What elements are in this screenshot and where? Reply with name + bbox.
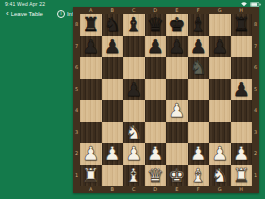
white-pawn-e4[interactable]: ♟ [168, 100, 185, 122]
rank-label-7: 7 [252, 36, 259, 58]
info-icon: i [57, 10, 65, 18]
white-king-e1[interactable]: ♚ [168, 165, 185, 187]
square-a4[interactable] [80, 100, 102, 122]
rank-label-2: 2 [73, 143, 80, 165]
white-knight-g1[interactable]: ♞ [211, 165, 228, 187]
square-b3[interactable] [102, 122, 124, 144]
rank-label-3: 3 [73, 122, 80, 144]
square-h3[interactable] [231, 122, 253, 144]
back-chevron-icon: ‹ [6, 11, 9, 17]
white-pawn-h2[interactable]: ♟ [233, 143, 250, 165]
square-e6[interactable] [166, 57, 188, 79]
square-a2[interactable]: ♟ [80, 143, 102, 165]
square-f3[interactable] [188, 122, 210, 144]
rank-label-4: 4 [252, 100, 259, 122]
square-f5[interactable] [188, 79, 210, 101]
chess-board-frame: ABCDEFGH 87654321 ♜♞♝♛♚♝♜♟♟♟♟♟♟♞♟♟♟♞♟♟♟♟… [73, 7, 259, 193]
square-f2[interactable]: ♟ [188, 143, 210, 165]
rank-label-5: 5 [73, 79, 80, 101]
black-bishop-c8[interactable]: ♝ [125, 14, 142, 36]
square-a1[interactable]: ♜ [80, 165, 102, 187]
square-c1[interactable]: ♝ [123, 165, 145, 187]
square-g8[interactable] [209, 14, 231, 36]
square-b2[interactable]: ♟ [102, 143, 124, 165]
square-d3[interactable] [145, 122, 167, 144]
square-g6[interactable] [209, 57, 231, 79]
black-rook-a8[interactable]: ♜ [82, 14, 99, 36]
black-queen-d8[interactable]: ♛ [147, 14, 164, 36]
square-d2[interactable]: ♟ [145, 143, 167, 165]
rank-label-2: 2 [252, 143, 259, 165]
square-b1[interactable] [102, 165, 124, 187]
file-label-d: D [145, 186, 167, 193]
square-e2[interactable] [166, 143, 188, 165]
rank-label-3: 3 [252, 122, 259, 144]
black-king-e8[interactable]: ♚ [168, 14, 185, 36]
square-g1[interactable]: ♞ [209, 165, 231, 187]
black-pawn-b7[interactable]: ♟ [104, 36, 121, 58]
square-c4[interactable] [123, 100, 145, 122]
square-c8[interactable]: ♝ [123, 14, 145, 36]
rank-labels-left: 87654321 [73, 14, 80, 186]
square-g7[interactable]: ♟ [209, 36, 231, 58]
rank-label-7: 7 [73, 36, 80, 58]
square-h6[interactable] [231, 57, 253, 79]
square-g2[interactable]: ♟ [209, 143, 231, 165]
black-rook-h8[interactable]: ♜ [233, 14, 250, 36]
square-h4[interactable] [231, 100, 253, 122]
white-pawn-a2[interactable]: ♟ [82, 143, 99, 165]
rank-label-6: 6 [73, 57, 80, 79]
square-h5[interactable]: ♟ [231, 79, 253, 101]
square-e1[interactable]: ♚ [166, 165, 188, 187]
white-queen-d1[interactable]: ♛ [147, 165, 164, 187]
square-e5[interactable] [166, 79, 188, 101]
rank-label-4: 4 [73, 100, 80, 122]
rank-label-6: 6 [252, 57, 259, 79]
status-bar-time: 9:41 Wed Apr 22 [5, 1, 45, 7]
square-f6[interactable]: ♞ [188, 57, 210, 79]
square-b8[interactable]: ♞ [102, 14, 124, 36]
square-h1[interactable]: ♜ [231, 165, 253, 187]
black-pawn-f7[interactable]: ♟ [190, 36, 207, 58]
toolbar: ‹ Leave Table i Info [6, 10, 77, 18]
square-d8[interactable]: ♛ [145, 14, 167, 36]
square-e4[interactable]: ♟ [166, 100, 188, 122]
rank-label-1: 1 [73, 165, 80, 187]
rank-label-5: 5 [252, 79, 259, 101]
white-bishop-f1[interactable]: ♝ [190, 165, 207, 187]
battery-icon [250, 2, 261, 7]
square-c7[interactable] [123, 36, 145, 58]
file-label-e: E [166, 186, 188, 193]
white-bishop-c1[interactable]: ♝ [125, 165, 142, 187]
square-h7[interactable] [231, 36, 253, 58]
file-label-c: C [123, 186, 145, 193]
rank-label-1: 1 [252, 165, 259, 187]
square-d5[interactable] [145, 79, 167, 101]
white-knight-c3[interactable]: ♞ [125, 122, 142, 144]
square-c2[interactable]: ♟ [123, 143, 145, 165]
file-label-a: A [80, 186, 102, 193]
square-e3[interactable] [166, 122, 188, 144]
square-g4[interactable] [209, 100, 231, 122]
black-pawn-a7[interactable]: ♟ [82, 36, 99, 58]
square-a7[interactable]: ♟ [80, 36, 102, 58]
square-h2[interactable]: ♟ [231, 143, 253, 165]
file-label-g: G [209, 186, 231, 193]
file-label-f: F [188, 186, 210, 193]
black-pawn-e7[interactable]: ♟ [168, 36, 185, 58]
black-pawn-c5[interactable]: ♟ [125, 79, 142, 101]
square-a6[interactable] [80, 57, 102, 79]
square-d4[interactable] [145, 100, 167, 122]
square-a8[interactable]: ♜ [80, 14, 102, 36]
square-d7[interactable]: ♟ [145, 36, 167, 58]
rank-label-8: 8 [252, 14, 259, 36]
square-f8[interactable]: ♝ [188, 14, 210, 36]
square-b5[interactable] [102, 79, 124, 101]
white-pawn-b2[interactable]: ♟ [104, 143, 121, 165]
rank-labels-right: 87654321 [252, 14, 259, 186]
square-c6[interactable] [123, 57, 145, 79]
square-b6[interactable] [102, 57, 124, 79]
square-b7[interactable]: ♟ [102, 36, 124, 58]
black-knight-b8[interactable]: ♞ [104, 14, 121, 36]
square-e8[interactable]: ♚ [166, 14, 188, 36]
white-pawn-c2[interactable]: ♟ [125, 143, 142, 165]
rank-label-8: 8 [73, 14, 80, 36]
square-d6[interactable] [145, 57, 167, 79]
file-label-b: B [102, 186, 124, 193]
square-f4[interactable] [188, 100, 210, 122]
black-pawn-g7[interactable]: ♟ [211, 36, 228, 58]
square-b4[interactable] [102, 100, 124, 122]
file-labels-bottom: ABCDEFGH [80, 186, 252, 193]
black-pawn-d7[interactable]: ♟ [147, 36, 164, 58]
white-rook-a1[interactable]: ♜ [82, 165, 99, 187]
file-label-g: G [209, 7, 231, 14]
square-a3[interactable] [80, 122, 102, 144]
leave-table-button[interactable]: ‹ Leave Table [6, 11, 43, 17]
black-knight-f6[interactable]: ♞ [190, 57, 207, 79]
white-pawn-f2[interactable]: ♟ [190, 143, 207, 165]
white-pawn-g2[interactable]: ♟ [211, 143, 228, 165]
square-a5[interactable] [80, 79, 102, 101]
black-pawn-h5[interactable]: ♟ [233, 79, 250, 101]
square-f7[interactable]: ♟ [188, 36, 210, 58]
white-rook-h1[interactable]: ♜ [233, 165, 250, 187]
black-bishop-f8[interactable]: ♝ [190, 14, 207, 36]
file-label-h: H [231, 186, 253, 193]
square-c3[interactable]: ♞ [123, 122, 145, 144]
square-g3[interactable] [209, 122, 231, 144]
leave-table-label: Leave Table [11, 11, 43, 17]
square-f1[interactable]: ♝ [188, 165, 210, 187]
square-c5[interactable]: ♟ [123, 79, 145, 101]
chess-board: ♜♞♝♛♚♝♜♟♟♟♟♟♟♞♟♟♟♞♟♟♟♟♟♟♟♜♝♛♚♝♞♜ [80, 14, 252, 186]
square-d1[interactable]: ♛ [145, 165, 167, 187]
square-h8[interactable]: ♜ [231, 14, 253, 36]
white-pawn-d2[interactable]: ♟ [147, 143, 164, 165]
square-g5[interactable] [209, 79, 231, 101]
square-e7[interactable]: ♟ [166, 36, 188, 58]
